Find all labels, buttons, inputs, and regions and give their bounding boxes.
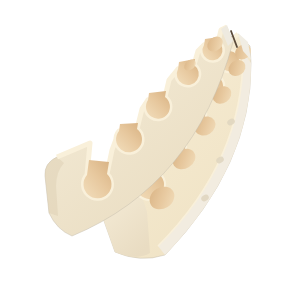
product-photo [0,0,300,300]
photo-canvas [0,0,300,300]
